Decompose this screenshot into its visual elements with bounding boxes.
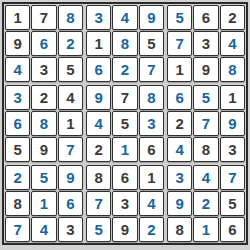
cell-r5c4[interactable]: 4 <box>86 111 111 136</box>
cell-r2c5[interactable]: 8 <box>112 31 137 56</box>
cell-r7c1[interactable]: 2 <box>5 165 30 190</box>
cell-r2c7[interactable]: 7 <box>167 31 192 56</box>
box-r3c1: 259816743 <box>5 165 83 242</box>
cell-r7c9[interactable]: 7 <box>220 165 245 190</box>
cell-r8c5[interactable]: 3 <box>112 191 137 216</box>
board-frame: 1789624353491856275627341983246815979784… <box>2 2 248 245</box>
cell-r7c4[interactable]: 8 <box>86 165 111 190</box>
sudoku-grid: 1789624353491856275627341983246815979784… <box>5 5 245 242</box>
cell-r2c6[interactable]: 5 <box>139 31 164 56</box>
cell-r8c9[interactable]: 5 <box>220 191 245 216</box>
cell-r5c3[interactable]: 1 <box>58 111 83 136</box>
cell-r6c4[interactable]: 2 <box>86 137 111 162</box>
cell-r3c5[interactable]: 2 <box>112 57 137 82</box>
cell-r6c2[interactable]: 9 <box>31 137 56 162</box>
cell-r1c1[interactable]: 1 <box>5 5 30 30</box>
cell-r6c3[interactable]: 7 <box>58 137 83 162</box>
cell-r3c3[interactable]: 5 <box>58 57 83 82</box>
cell-r4c3[interactable]: 4 <box>58 85 83 110</box>
cell-r5c1[interactable]: 6 <box>5 111 30 136</box>
cell-r6c6[interactable]: 6 <box>139 137 164 162</box>
cell-r1c8[interactable]: 6 <box>193 5 218 30</box>
cell-r8c4[interactable]: 7 <box>86 191 111 216</box>
box-r3c2: 861734592 <box>86 165 164 242</box>
cell-r6c9[interactable]: 3 <box>220 137 245 162</box>
cell-r3c6[interactable]: 7 <box>139 57 164 82</box>
box-r1c2: 349185627 <box>86 5 164 82</box>
cell-r5c8[interactable]: 7 <box>193 111 218 136</box>
cell-r7c8[interactable]: 4 <box>193 165 218 190</box>
cell-r9c6[interactable]: 2 <box>139 217 164 242</box>
cell-r2c1[interactable]: 9 <box>5 31 30 56</box>
cell-r7c7[interactable]: 3 <box>167 165 192 190</box>
cell-r1c9[interactable]: 2 <box>220 5 245 30</box>
cell-r8c1[interactable]: 8 <box>5 191 30 216</box>
cell-r9c9[interactable]: 6 <box>220 217 245 242</box>
cell-r2c8[interactable]: 3 <box>193 31 218 56</box>
cell-r1c3[interactable]: 8 <box>58 5 83 30</box>
cell-r6c7[interactable]: 4 <box>167 137 192 162</box>
cell-r1c6[interactable]: 9 <box>139 5 164 30</box>
box-r3c3: 347925816 <box>167 165 245 242</box>
cell-r9c7[interactable]: 8 <box>167 217 192 242</box>
cell-r7c6[interactable]: 1 <box>139 165 164 190</box>
cell-r4c8[interactable]: 5 <box>193 85 218 110</box>
cell-r3c2[interactable]: 3 <box>31 57 56 82</box>
cell-r5c5[interactable]: 5 <box>112 111 137 136</box>
cell-r7c3[interactable]: 9 <box>58 165 83 190</box>
cell-r5c7[interactable]: 2 <box>167 111 192 136</box>
cell-r1c4[interactable]: 3 <box>86 5 111 30</box>
cell-r5c2[interactable]: 8 <box>31 111 56 136</box>
cell-r7c5[interactable]: 6 <box>112 165 137 190</box>
cell-r8c2[interactable]: 1 <box>31 191 56 216</box>
sudoku-board: 1789624353491856275627341983246815979784… <box>0 0 250 250</box>
cell-r5c6[interactable]: 3 <box>139 111 164 136</box>
cell-r9c5[interactable]: 9 <box>112 217 137 242</box>
cell-r7c2[interactable]: 5 <box>31 165 56 190</box>
box-r1c3: 562734198 <box>167 5 245 82</box>
cell-r2c9[interactable]: 4 <box>220 31 245 56</box>
cell-r9c2[interactable]: 4 <box>31 217 56 242</box>
cell-r4c6[interactable]: 8 <box>139 85 164 110</box>
cell-r6c8[interactable]: 8 <box>193 137 218 162</box>
cell-r9c8[interactable]: 1 <box>193 217 218 242</box>
cell-r9c4[interactable]: 5 <box>86 217 111 242</box>
cell-r4c4[interactable]: 9 <box>86 85 111 110</box>
box-r2c2: 978453216 <box>86 85 164 162</box>
cell-r8c8[interactable]: 2 <box>193 191 218 216</box>
cell-r4c2[interactable]: 2 <box>31 85 56 110</box>
cell-r8c3[interactable]: 6 <box>58 191 83 216</box>
cell-r2c2[interactable]: 6 <box>31 31 56 56</box>
cell-r1c2[interactable]: 7 <box>31 5 56 30</box>
cell-r1c5[interactable]: 4 <box>112 5 137 30</box>
box-r2c1: 324681597 <box>5 85 83 162</box>
cell-r3c8[interactable]: 9 <box>193 57 218 82</box>
cell-r4c1[interactable]: 3 <box>5 85 30 110</box>
cell-r5c9[interactable]: 9 <box>220 111 245 136</box>
cell-r9c1[interactable]: 7 <box>5 217 30 242</box>
cell-r4c7[interactable]: 6 <box>167 85 192 110</box>
cell-r4c9[interactable]: 1 <box>220 85 245 110</box>
cell-r2c4[interactable]: 1 <box>86 31 111 56</box>
cell-r4c5[interactable]: 7 <box>112 85 137 110</box>
cell-r1c7[interactable]: 5 <box>167 5 192 30</box>
cell-r3c7[interactable]: 1 <box>167 57 192 82</box>
cell-r3c4[interactable]: 6 <box>86 57 111 82</box>
box-r1c1: 178962435 <box>5 5 83 82</box>
cell-r6c1[interactable]: 5 <box>5 137 30 162</box>
cell-r9c3[interactable]: 3 <box>58 217 83 242</box>
cell-r3c9[interactable]: 8 <box>220 57 245 82</box>
cell-r3c1[interactable]: 4 <box>5 57 30 82</box>
cell-r2c3[interactable]: 2 <box>58 31 83 56</box>
cell-r8c7[interactable]: 9 <box>167 191 192 216</box>
box-r2c3: 651279483 <box>167 85 245 162</box>
cell-r6c5[interactable]: 1 <box>112 137 137 162</box>
cell-r8c6[interactable]: 4 <box>139 191 164 216</box>
